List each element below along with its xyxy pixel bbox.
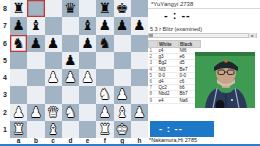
square-c8[interactable] <box>45 0 62 17</box>
square-b4[interactable] <box>27 69 44 86</box>
square-a4[interactable] <box>10 69 27 86</box>
rank-label-6: 6 <box>0 35 10 52</box>
square-a6[interactable]: ♞ <box>10 35 27 52</box>
piece-wn-f3[interactable]: ♞ <box>96 86 113 103</box>
piece-bp-h7[interactable]: ♟ <box>131 17 148 34</box>
square-a7[interactable]: ♟ <box>10 17 27 34</box>
file-label-e: e <box>79 137 96 144</box>
square-f4[interactable] <box>96 69 113 86</box>
piece-wp-g3[interactable]: ♟ <box>114 86 131 103</box>
rank-label-1: 1 <box>0 121 10 138</box>
file-label-b: b <box>27 137 44 144</box>
square-g5[interactable] <box>114 52 131 69</box>
square-f6[interactable]: ♞ <box>96 35 113 52</box>
piece-bn-a6[interactable]: ♞ <box>10 35 27 52</box>
square-h2[interactable]: ♟ <box>131 104 148 121</box>
piece-wk-g1[interactable]: ♚ <box>114 121 131 138</box>
piece-bp-c6[interactable]: ♟ <box>45 35 62 52</box>
square-a1[interactable]: ♜ <box>10 121 27 138</box>
jacket-logo <box>231 99 233 101</box>
square-d4[interactable]: ♟ <box>62 69 79 86</box>
square-b5[interactable] <box>27 52 44 69</box>
opponent-clock: - : -- <box>164 9 191 21</box>
square-c4[interactable]: ♟ <box>45 69 62 86</box>
square-e4[interactable]: ♟ <box>79 69 96 86</box>
square-c1[interactable]: ♝ <box>45 121 62 138</box>
piece-bn-f6[interactable]: ♞ <box>96 35 113 52</box>
piece-bb-b7[interactable]: ♝ <box>27 17 44 34</box>
window-bottom-border <box>0 144 260 146</box>
opponent-name: *YuYangyi 2738 <box>148 0 260 9</box>
square-h5[interactable] <box>131 52 148 69</box>
file-labels: abcdefgh <box>10 137 148 144</box>
square-e6[interactable]: ♟ <box>79 35 96 52</box>
piece-wp-d4[interactable]: ♟ <box>62 69 79 86</box>
square-e8[interactable] <box>79 0 96 17</box>
piece-bp-e6[interactable]: ♟ <box>79 35 96 52</box>
piece-wb-g2[interactable]: ♝ <box>114 104 131 121</box>
rank-label-2: 2 <box>0 104 10 121</box>
file-label-h: h <box>131 137 148 144</box>
file-label-d: d <box>62 137 79 144</box>
white-column-header: White <box>158 41 179 48</box>
webcam-illustration <box>195 52 255 108</box>
rank-labels: 87654321 <box>0 0 10 138</box>
piece-wp-b2[interactable]: ♟ <box>27 104 44 121</box>
white-move-9[interactable]: e4 <box>158 97 179 103</box>
square-f3[interactable]: ♞ <box>96 86 113 103</box>
piece-bk-g8[interactable]: ♚ <box>114 0 131 17</box>
piece-bb-e7[interactable]: ♝ <box>79 17 96 34</box>
piece-wr-f1[interactable]: ♜ <box>96 121 113 138</box>
square-a5[interactable] <box>10 52 27 69</box>
square-a2[interactable]: ♟ <box>10 104 27 121</box>
rank-label-7: 7 <box>0 17 10 34</box>
piece-wp-f2[interactable]: ♟ <box>96 104 113 121</box>
square-b1[interactable] <box>27 121 44 138</box>
square-e5[interactable] <box>79 52 96 69</box>
square-h8[interactable] <box>131 0 148 17</box>
piece-wr-a1[interactable]: ♜ <box>10 121 27 138</box>
piece-wp-a2[interactable]: ♟ <box>10 104 27 121</box>
square-f1[interactable]: ♜ <box>96 121 113 138</box>
scrollbar-thumb[interactable] <box>149 34 153 37</box>
square-e3[interactable] <box>79 86 96 103</box>
square-d1[interactable] <box>62 121 79 138</box>
file-label-g: g <box>114 137 131 144</box>
move-number-header <box>149 41 158 48</box>
black-column-header: Black <box>179 41 201 48</box>
move-rows: 1c4Nf62g3e63Bg2d54Nf3Be750-00-06d4c67Qc2… <box>149 48 201 104</box>
webcam-shadow-top <box>195 52 255 56</box>
square-e1[interactable] <box>79 121 96 138</box>
move-number-9: 9 <box>149 97 158 103</box>
cap-badge <box>224 59 228 63</box>
square-e7[interactable]: ♝ <box>79 17 96 34</box>
scrollbar-right-arrow-icon[interactable]: ▸ <box>248 33 256 38</box>
square-h6[interactable] <box>131 35 148 52</box>
square-b8[interactable] <box>27 0 44 17</box>
square-b3[interactable] <box>27 86 44 103</box>
square-g2[interactable]: ♝ <box>114 104 131 121</box>
piece-bq-d8[interactable]: ♛ <box>62 0 79 17</box>
square-g4[interactable] <box>114 69 131 86</box>
piece-wp-h2[interactable]: ♟ <box>131 104 148 121</box>
rank-label-8: 8 <box>0 0 10 17</box>
piece-bp-g7[interactable]: ♟ <box>114 17 131 34</box>
game-panel: *YuYangyi 2738 - : -- 5 3 r Blitz (exami… <box>148 0 260 146</box>
square-c5[interactable] <box>45 52 62 69</box>
square-f5[interactable] <box>96 52 113 69</box>
square-f7[interactable]: ♟ <box>96 17 113 34</box>
square-a8[interactable]: ♜ <box>10 0 27 17</box>
piece-bp-f7[interactable]: ♟ <box>96 17 113 34</box>
square-a3[interactable] <box>10 86 27 103</box>
square-d5[interactable]: ♟ <box>62 52 79 69</box>
piece-wb-c1[interactable]: ♝ <box>45 121 62 138</box>
chess-board[interactable]: ♜♛♜♚♟♝♝♟♟♟♞♟♟♟♞♟♟♟♟♞♟♟♟♛♞♟♝♟♜♝♜♚ <box>10 0 148 138</box>
rank-label-4: 4 <box>0 69 10 86</box>
move-list-table: White Black 1c4Nf62g3e63Bg2d54Nf3Be750-0… <box>148 40 201 104</box>
square-c7[interactable] <box>45 17 62 34</box>
rank-label-5: 5 <box>0 52 10 69</box>
player-clock: - : -- <box>159 123 214 134</box>
square-h4[interactable] <box>131 69 148 86</box>
move-list-header-row: White Black <box>149 41 201 48</box>
square-f8[interactable]: ♜ <box>96 0 113 17</box>
player-clock-box: - : -- <box>150 121 214 137</box>
square-g1[interactable]: ♚ <box>114 121 131 138</box>
square-e2[interactable] <box>79 104 96 121</box>
square-h3[interactable] <box>131 86 148 103</box>
square-g6[interactable] <box>114 35 131 52</box>
file-label-a: a <box>10 137 27 144</box>
piece-bp-d5[interactable]: ♟ <box>62 52 79 69</box>
square-d6[interactable] <box>62 35 79 52</box>
square-d8[interactable]: ♛ <box>62 0 79 17</box>
piece-wn-d2[interactable]: ♞ <box>62 104 79 121</box>
square-h1[interactable] <box>131 121 148 138</box>
square-c6[interactable]: ♟ <box>45 35 62 52</box>
piece-br-a8[interactable]: ♜ <box>10 0 27 17</box>
piece-wp-e4[interactable]: ♟ <box>79 69 96 86</box>
piece-bp-b6[interactable]: ♟ <box>27 35 44 52</box>
file-label-f: f <box>96 137 113 144</box>
square-g7[interactable]: ♟ <box>114 17 131 34</box>
piece-br-f8[interactable]: ♜ <box>96 0 113 17</box>
rank-label-3: 3 <box>0 86 10 103</box>
piece-wq-c2[interactable]: ♛ <box>45 104 62 121</box>
move-row-9: 9e4Na6 <box>149 97 201 103</box>
square-d7[interactable] <box>62 17 79 34</box>
square-g8[interactable]: ♚ <box>114 0 131 17</box>
square-d3[interactable] <box>62 86 79 103</box>
square-f2[interactable]: ♟ <box>96 104 113 121</box>
chess-app-window: 87654321 ♜♛♜♚♟♝♝♟♟♟♞♟♟♟♞♟♟♟♟♞♟♟♟♛♞♟♝♟♜♝♜… <box>0 0 260 146</box>
square-b2[interactable]: ♟ <box>27 104 44 121</box>
piece-wp-c4[interactable]: ♟ <box>45 69 62 86</box>
webcam-video <box>195 52 255 108</box>
game-info-label: 5 3 r Blitz (examined) <box>150 26 202 32</box>
square-b6[interactable]: ♟ <box>27 35 44 52</box>
square-b7[interactable]: ♝ <box>27 17 44 34</box>
square-c3[interactable] <box>45 86 62 103</box>
square-h7[interactable]: ♟ <box>131 17 148 34</box>
piece-bp-a7[interactable]: ♟ <box>10 17 27 34</box>
player-name: *Nakamura,Hi 2785 <box>149 137 197 143</box>
square-g3[interactable]: ♟ <box>114 86 131 103</box>
file-label-c: c <box>45 137 62 144</box>
horizontal-scrollbar[interactable]: ▸ <box>148 33 257 38</box>
square-d2[interactable]: ♞ <box>62 104 79 121</box>
square-c2[interactable]: ♛ <box>45 104 62 121</box>
